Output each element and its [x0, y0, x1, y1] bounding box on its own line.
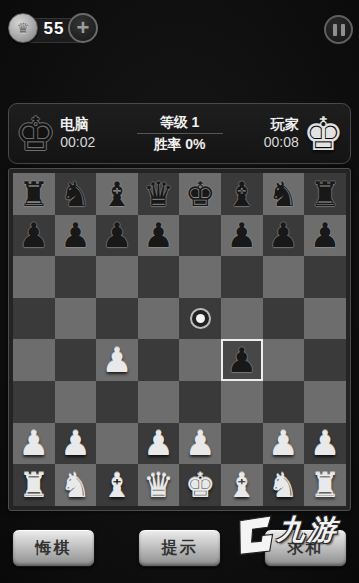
- square-h1[interactable]: ♜: [304, 464, 346, 506]
- square-f6[interactable]: [221, 256, 263, 298]
- square-e5[interactable]: [179, 298, 221, 340]
- coin-count: 55: [40, 19, 68, 39]
- square-a4[interactable]: [13, 339, 55, 381]
- black-queen[interactable]: ♛: [143, 177, 173, 211]
- match-header: ♚ 电脑 00:02 等级 1 胜率 0% 玩家 00:08 ♚: [8, 103, 351, 164]
- black-king[interactable]: ♚: [185, 177, 215, 211]
- black-pawn[interactable]: ♟: [227, 343, 257, 377]
- square-f4[interactable]: ♟: [221, 339, 263, 381]
- square-c7[interactable]: ♟: [96, 215, 138, 257]
- square-b8[interactable]: ♞: [55, 173, 97, 215]
- square-f7[interactable]: ♟: [221, 215, 263, 257]
- add-coins-button[interactable]: +: [68, 13, 98, 43]
- square-g5[interactable]: [263, 298, 305, 340]
- pause-button[interactable]: [324, 15, 353, 44]
- white-king[interactable]: ♚: [185, 468, 215, 502]
- square-c3[interactable]: [96, 381, 138, 423]
- square-e8[interactable]: ♚: [179, 173, 221, 215]
- black-rook[interactable]: ♜: [310, 177, 340, 211]
- square-d7[interactable]: ♟: [138, 215, 180, 257]
- square-f1[interactable]: ♝: [221, 464, 263, 506]
- square-h6[interactable]: [304, 256, 346, 298]
- square-d3[interactable]: [138, 381, 180, 423]
- square-g3[interactable]: [263, 381, 305, 423]
- computer-clock: 00:02: [60, 134, 95, 152]
- square-b6[interactable]: [55, 256, 97, 298]
- white-bishop[interactable]: ♝: [227, 468, 257, 502]
- square-e7[interactable]: [179, 215, 221, 257]
- square-e3[interactable]: [179, 381, 221, 423]
- square-g7[interactable]: ♟: [263, 215, 305, 257]
- white-pawn[interactable]: ♟: [19, 426, 49, 460]
- square-h2[interactable]: ♟: [304, 423, 346, 465]
- white-rook[interactable]: ♜: [310, 468, 340, 502]
- white-king-icon: ♚: [303, 111, 344, 157]
- white-rook[interactable]: ♜: [19, 468, 49, 502]
- white-pawn[interactable]: ♟: [185, 426, 215, 460]
- square-g6[interactable]: [263, 256, 305, 298]
- black-bishop[interactable]: ♝: [227, 177, 257, 211]
- white-knight[interactable]: ♞: [268, 468, 298, 502]
- black-pawn[interactable]: ♟: [227, 218, 257, 252]
- coin-crown-glyph: ♛: [17, 21, 30, 35]
- coin-icon: ♛: [8, 13, 38, 43]
- win-rate-label: 胜率 0%: [153, 136, 205, 154]
- black-bishop[interactable]: ♝: [102, 177, 132, 211]
- level-label: 等级 1: [160, 114, 200, 132]
- square-b2[interactable]: ♟: [55, 423, 97, 465]
- square-h7[interactable]: ♟: [304, 215, 346, 257]
- square-g1[interactable]: ♞: [263, 464, 305, 506]
- square-f2[interactable]: [221, 423, 263, 465]
- board-frame: ♜♞♝♛♚♝♞♜♟♟♟♟♟♟♟♟♟♟♟♟♟♟♟♜♞♝♛♚♝♞♜: [8, 168, 351, 511]
- jiuyou-watermark-text: 九游: [276, 513, 340, 547]
- white-pawn[interactable]: ♟: [102, 343, 132, 377]
- black-pawn[interactable]: ♟: [102, 218, 132, 252]
- black-pawn[interactable]: ♟: [60, 218, 90, 252]
- jiuyou-logo-icon: [236, 513, 274, 555]
- square-a6[interactable]: [13, 256, 55, 298]
- square-b4[interactable]: [55, 339, 97, 381]
- hint-button[interactable]: 提示: [138, 529, 221, 567]
- square-d6[interactable]: [138, 256, 180, 298]
- square-h5[interactable]: [304, 298, 346, 340]
- square-a8[interactable]: ♜: [13, 173, 55, 215]
- square-e4[interactable]: [179, 339, 221, 381]
- black-pawn[interactable]: ♟: [310, 218, 340, 252]
- pause-icon: [333, 24, 337, 36]
- square-a1[interactable]: ♜: [13, 464, 55, 506]
- square-h4[interactable]: [304, 339, 346, 381]
- last-move-origin-dot: [196, 314, 205, 323]
- player-clock: 00:08: [264, 134, 299, 152]
- white-queen[interactable]: ♛: [143, 468, 173, 502]
- square-h3[interactable]: [304, 381, 346, 423]
- black-pawn[interactable]: ♟: [143, 218, 173, 252]
- square-b1[interactable]: ♞: [55, 464, 97, 506]
- square-g4[interactable]: [263, 339, 305, 381]
- square-b5[interactable]: [55, 298, 97, 340]
- square-a5[interactable]: [13, 298, 55, 340]
- black-pawn[interactable]: ♟: [268, 218, 298, 252]
- square-a2[interactable]: ♟: [13, 423, 55, 465]
- jiuyou-watermark: 九游: [236, 513, 339, 555]
- square-c5[interactable]: [96, 298, 138, 340]
- square-d8[interactable]: ♛: [138, 173, 180, 215]
- player-label: 玩家: [271, 116, 299, 134]
- square-a7[interactable]: ♟: [13, 215, 55, 257]
- square-h8[interactable]: ♜: [304, 173, 346, 215]
- square-b3[interactable]: [55, 381, 97, 423]
- square-g2[interactable]: ♟: [263, 423, 305, 465]
- pause-icon: [341, 24, 345, 36]
- square-f5[interactable]: [221, 298, 263, 340]
- chess-board[interactable]: ♜♞♝♛♚♝♞♜♟♟♟♟♟♟♟♟♟♟♟♟♟♟♟♜♞♝♛♚♝♞♜: [13, 173, 346, 506]
- square-d1[interactable]: ♛: [138, 464, 180, 506]
- square-e2[interactable]: ♟: [179, 423, 221, 465]
- white-bishop[interactable]: ♝: [102, 468, 132, 502]
- square-d4[interactable]: [138, 339, 180, 381]
- square-a3[interactable]: [13, 381, 55, 423]
- white-pawn[interactable]: ♟: [143, 426, 173, 460]
- black-pawn[interactable]: ♟: [19, 218, 49, 252]
- square-c8[interactable]: ♝: [96, 173, 138, 215]
- computer-label: 电脑: [60, 116, 88, 134]
- black-knight[interactable]: ♞: [60, 177, 90, 211]
- black-knight[interactable]: ♞: [268, 177, 298, 211]
- square-c4[interactable]: ♟: [96, 339, 138, 381]
- black-king-icon: ♚: [15, 111, 56, 157]
- white-pawn[interactable]: ♟: [310, 426, 340, 460]
- white-pawn[interactable]: ♟: [60, 426, 90, 460]
- white-pawn[interactable]: ♟: [268, 426, 298, 460]
- square-f3[interactable]: [221, 381, 263, 423]
- square-d5[interactable]: [138, 298, 180, 340]
- square-f8[interactable]: ♝: [221, 173, 263, 215]
- white-knight[interactable]: ♞: [60, 468, 90, 502]
- undo-button[interactable]: 悔棋: [12, 529, 95, 567]
- square-b7[interactable]: ♟: [55, 215, 97, 257]
- square-c1[interactable]: ♝: [96, 464, 138, 506]
- square-c6[interactable]: [96, 256, 138, 298]
- square-g8[interactable]: ♞: [263, 173, 305, 215]
- square-e1[interactable]: ♚: [179, 464, 221, 506]
- header-divider: [137, 133, 223, 134]
- square-c2[interactable]: [96, 423, 138, 465]
- square-d2[interactable]: ♟: [138, 423, 180, 465]
- square-e6[interactable]: [179, 256, 221, 298]
- black-rook[interactable]: ♜: [19, 177, 49, 211]
